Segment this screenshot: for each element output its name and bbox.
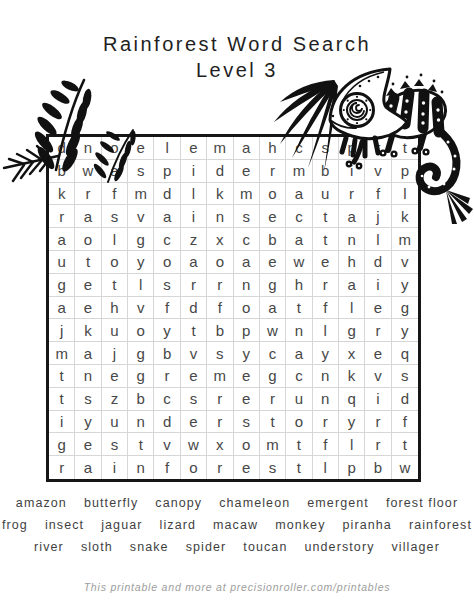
grid-cell: m	[392, 228, 418, 251]
grid-cell: a	[234, 251, 260, 274]
grid-cell: t	[49, 388, 75, 411]
grid-cell: y	[128, 251, 154, 274]
grid-cell: c	[234, 228, 260, 251]
grid-cell: e	[234, 388, 260, 411]
grid-cell: t	[392, 137, 418, 160]
word-item: frog	[2, 514, 28, 536]
grid-cell: n	[339, 228, 365, 251]
grid-cell: e	[181, 411, 207, 434]
grid-cell: v	[181, 342, 207, 365]
grid-cell: m	[260, 433, 286, 456]
grid-cell: v	[128, 297, 154, 320]
grid-cell: a	[49, 297, 75, 320]
grid-cell: r	[339, 183, 365, 206]
grid-cell: e	[75, 274, 101, 297]
grid-cell: s	[392, 365, 418, 388]
grid-cell: r	[260, 388, 286, 411]
grid-cell: b	[207, 319, 233, 342]
grid-cell: d	[49, 137, 75, 160]
grid-cell: a	[286, 183, 312, 206]
grid-cell: i	[365, 388, 391, 411]
grid-cell: f	[154, 297, 180, 320]
grid-cell: f	[392, 411, 418, 434]
grid-cell: a	[339, 274, 365, 297]
grid-cell: a	[339, 205, 365, 228]
word-item: villager	[392, 536, 440, 558]
grid-cell: y	[313, 342, 339, 365]
grid-cell: u	[102, 411, 128, 434]
grid-cell: i	[49, 411, 75, 434]
grid-cell: p	[339, 137, 365, 160]
leaf-fan-icon	[446, 190, 473, 224]
grid-cell: h	[260, 137, 286, 160]
grid-cell: r	[365, 137, 391, 160]
grid-cell: s	[75, 388, 101, 411]
grid-cell: t	[313, 228, 339, 251]
grid-cell: u	[49, 251, 75, 274]
word-item: sloth	[81, 536, 113, 558]
word-item: lizard	[160, 514, 196, 536]
grid-cell: e	[181, 365, 207, 388]
grid-cell: t	[181, 319, 207, 342]
grid-cell: r	[365, 411, 391, 434]
grid-cell: r	[313, 274, 339, 297]
grid-cell: l	[339, 297, 365, 320]
grid-cell: r	[365, 433, 391, 456]
grid-cell: e	[75, 297, 101, 320]
grid-cell: j	[365, 205, 391, 228]
grid-cell: j	[102, 342, 128, 365]
grid-cell: c	[286, 205, 312, 228]
grid-cell: o	[128, 319, 154, 342]
grid-cell: r	[313, 411, 339, 434]
grid-cell: o	[75, 228, 101, 251]
grid-cell: r	[49, 205, 75, 228]
grid-cell: m	[207, 137, 233, 160]
grid-cell: a	[181, 251, 207, 274]
grid-cell: g	[128, 365, 154, 388]
grid-cell: l	[392, 183, 418, 206]
word-item: spider	[186, 536, 227, 558]
grid-cell: i	[339, 160, 365, 183]
word-list: amazonbutterflycanopychameleonemergentfo…	[0, 492, 474, 558]
grid-cell: k	[207, 183, 233, 206]
word-item: chameleon	[219, 492, 290, 514]
grid-cell: a	[75, 342, 101, 365]
grid-cell: l	[313, 319, 339, 342]
grid-cell: e	[234, 365, 260, 388]
grid-cell: f	[207, 297, 233, 320]
grid-cell: u	[286, 388, 312, 411]
grid-cell: c	[154, 228, 180, 251]
grid-cell: s	[207, 342, 233, 365]
word-item: monkey	[275, 514, 325, 536]
grid-cell: r	[75, 183, 101, 206]
grid-cell: c	[260, 342, 286, 365]
footer-text: This printable and more at precisionroll…	[0, 581, 474, 593]
grid-cell: p	[234, 319, 260, 342]
grid-cell: h	[286, 274, 312, 297]
grid-cell: s	[102, 205, 128, 228]
grid-cell: t	[286, 456, 312, 479]
word-item: forest floor	[386, 492, 458, 514]
grid-cell: a	[102, 160, 128, 183]
grid-cell: v	[365, 365, 391, 388]
grid-cell: z	[102, 388, 128, 411]
grid-cell: r	[365, 319, 391, 342]
grid-cell: m	[128, 183, 154, 206]
page-title: Rainforest Word Search	[0, 33, 474, 56]
grid-cell: m	[286, 160, 312, 183]
grid-cell: z	[181, 228, 207, 251]
grid-cell: r	[49, 456, 75, 479]
grid-cell: r	[207, 456, 233, 479]
grid-cell: a	[75, 456, 101, 479]
grid-cell: l	[339, 433, 365, 456]
grid-cell: y	[75, 411, 101, 434]
word-item: insect	[45, 514, 84, 536]
word-item: piranha	[343, 514, 392, 536]
grid-cell: n	[207, 205, 233, 228]
grid-cell: v	[128, 205, 154, 228]
grid-cell: r	[207, 388, 233, 411]
grid-cell: g	[128, 342, 154, 365]
grid-cell: a	[49, 228, 75, 251]
grid-cell: q	[392, 342, 418, 365]
grid-cell: v	[392, 251, 418, 274]
grid-cell: s	[154, 274, 180, 297]
grid-cell: e	[181, 137, 207, 160]
grid-cells: dnoelemahcsprtbwaspidermbivpkrfmdlkmoaur…	[49, 137, 418, 479]
grid-cell: e	[260, 205, 286, 228]
word-item: river	[34, 536, 64, 558]
grid-cell: r	[154, 365, 180, 388]
word-item: butterfly	[84, 492, 138, 514]
grid-cell: e	[234, 160, 260, 183]
grid-cell: n	[128, 411, 154, 434]
grid-cell: x	[207, 228, 233, 251]
word-item: snake	[130, 536, 169, 558]
grid-cell: s	[313, 137, 339, 160]
grid-cell: g	[339, 319, 365, 342]
grid-cell: f	[154, 456, 180, 479]
grid-cell: d	[154, 411, 180, 434]
grid-cell: t	[128, 433, 154, 456]
grid-cell: n	[75, 137, 101, 160]
grid-cell: b	[154, 342, 180, 365]
grid-cell: y	[339, 411, 365, 434]
grid-cell: c	[286, 137, 312, 160]
grid-cell: a	[234, 137, 260, 160]
grid-cell: t	[392, 433, 418, 456]
grid-cell: f	[102, 183, 128, 206]
grid-cell: w	[75, 160, 101, 183]
grid-cell: b	[313, 160, 339, 183]
grid-cell: w	[392, 456, 418, 479]
grid-cell: d	[207, 160, 233, 183]
grid-cell: i	[365, 274, 391, 297]
grid-cell: e	[234, 456, 260, 479]
grid-cell: d	[392, 388, 418, 411]
page-subtitle: Level 3	[0, 59, 474, 82]
grid-cell: f	[313, 297, 339, 320]
grid-cell: o	[102, 251, 128, 274]
grid-cell: l	[154, 137, 180, 160]
word-row: riverslothsnakespidertoucanunderstoryvil…	[0, 536, 474, 558]
grid-cell: b	[365, 456, 391, 479]
grid-cell: p	[392, 160, 418, 183]
word-row: amazonbutterflycanopychameleonemergentfo…	[0, 492, 474, 514]
grid-cell: n	[286, 319, 312, 342]
grid-cell: c	[154, 388, 180, 411]
grid-cell: o	[286, 411, 312, 434]
grid-cell: o	[154, 251, 180, 274]
grid-cell: o	[207, 251, 233, 274]
grid-cell: n	[234, 274, 260, 297]
grid-cell: s	[181, 388, 207, 411]
grid-cell: d	[154, 183, 180, 206]
wordsearch-grid: dnoelemahcsprtbwaspidermbivpkrfmdlkmoaur…	[46, 134, 421, 482]
grid-cell: o	[234, 297, 260, 320]
grid-cell: o	[102, 137, 128, 160]
grid-cell: a	[286, 228, 312, 251]
grid-cell: e	[75, 433, 101, 456]
page-root: Rainforest Word Search Level 3	[0, 0, 474, 613]
grid-cell: i	[181, 160, 207, 183]
grid-cell: b	[260, 228, 286, 251]
grid-cell: g	[260, 274, 286, 297]
word-item: understory	[304, 536, 374, 558]
grid-cell: v	[154, 433, 180, 456]
grid-cell: l	[102, 228, 128, 251]
grid-cell: c	[286, 365, 312, 388]
grid-cell: k	[49, 183, 75, 206]
grid-cell: r	[181, 274, 207, 297]
grid-cell: r	[260, 160, 286, 183]
grid-cell: k	[75, 319, 101, 342]
grid-cell: b	[49, 160, 75, 183]
grid-cell: e	[128, 137, 154, 160]
grid-cell: p	[154, 160, 180, 183]
grid-cell: t	[102, 274, 128, 297]
grid-cell: v	[365, 160, 391, 183]
grid-cell: y	[154, 319, 180, 342]
grid-cell: g	[260, 365, 286, 388]
grid-cell: k	[339, 365, 365, 388]
grid-cell: e	[102, 365, 128, 388]
grid-cell: o	[234, 433, 260, 456]
grid-cell: a	[154, 205, 180, 228]
grid-cell: h	[339, 251, 365, 274]
word-item: toucan	[243, 536, 287, 558]
grid-cell: p	[339, 456, 365, 479]
grid-cell: s	[260, 456, 286, 479]
grid-cell: d	[365, 251, 391, 274]
grid-cell: g	[392, 297, 418, 320]
grid-cell: m	[49, 342, 75, 365]
grid-cell: t	[49, 365, 75, 388]
grid-cell: y	[392, 274, 418, 297]
grid-cell: a	[260, 297, 286, 320]
grid-cell: e	[365, 342, 391, 365]
grid-cell: m	[234, 183, 260, 206]
word-item: macaw	[213, 514, 258, 536]
grid-cell: x	[207, 433, 233, 456]
grid-cell: j	[49, 319, 75, 342]
grid-cell: h	[102, 297, 128, 320]
grid-cell: y	[392, 319, 418, 342]
word-item: rainforest	[409, 514, 472, 536]
word-item: amazon	[16, 492, 67, 514]
grid-cell: n	[128, 456, 154, 479]
grid-cell: e	[260, 251, 286, 274]
grid-cell: t	[313, 205, 339, 228]
grid-cell: i	[181, 205, 207, 228]
grid-cell: s	[234, 411, 260, 434]
grid-cell: d	[181, 297, 207, 320]
word-item: jaguar	[101, 514, 142, 536]
grid-cell: g	[49, 274, 75, 297]
grid-cell: t	[286, 297, 312, 320]
grid-cell: l	[128, 274, 154, 297]
grid-cell: y	[234, 342, 260, 365]
grid-cell: x	[339, 342, 365, 365]
grid-cell: m	[207, 365, 233, 388]
grid-cell: n	[313, 365, 339, 388]
grid-cell: s	[102, 433, 128, 456]
grid-cell: e	[313, 251, 339, 274]
grid-cell: s	[128, 160, 154, 183]
grid-cell: b	[128, 388, 154, 411]
grid-cell: o	[260, 183, 286, 206]
grid-cell: k	[392, 205, 418, 228]
grid-cell: w	[181, 433, 207, 456]
grid-cell: g	[49, 433, 75, 456]
grid-cell: w	[286, 251, 312, 274]
grid-cell: t	[260, 411, 286, 434]
grid-cell: u	[102, 319, 128, 342]
grid-cell: r	[207, 411, 233, 434]
grid-cell: f	[313, 433, 339, 456]
grid-cell: n	[313, 388, 339, 411]
grid-cell: l	[313, 456, 339, 479]
grid-cell: q	[339, 388, 365, 411]
grid-cell: f	[365, 183, 391, 206]
grid-cell: r	[207, 274, 233, 297]
grid-cell: u	[313, 183, 339, 206]
grid-cell: i	[102, 456, 128, 479]
word-item: canopy	[155, 492, 202, 514]
grid-cell: l	[365, 228, 391, 251]
grid-cell: n	[75, 365, 101, 388]
grid-cell: l	[181, 183, 207, 206]
word-row: froginsectjaguarlizardmacawmonkeypiranha…	[0, 514, 474, 536]
grid-cell: t	[286, 433, 312, 456]
grid-cell: a	[75, 205, 101, 228]
word-item: emergent	[307, 492, 369, 514]
grid-cell: s	[234, 205, 260, 228]
grid-cell: o	[181, 456, 207, 479]
grid-cell: a	[286, 342, 312, 365]
grid-cell: t	[75, 251, 101, 274]
grid-cell: e	[365, 297, 391, 320]
grid-cell: g	[128, 228, 154, 251]
title-block: Rainforest Word Search Level 3	[0, 33, 474, 82]
grid-cell: w	[260, 319, 286, 342]
